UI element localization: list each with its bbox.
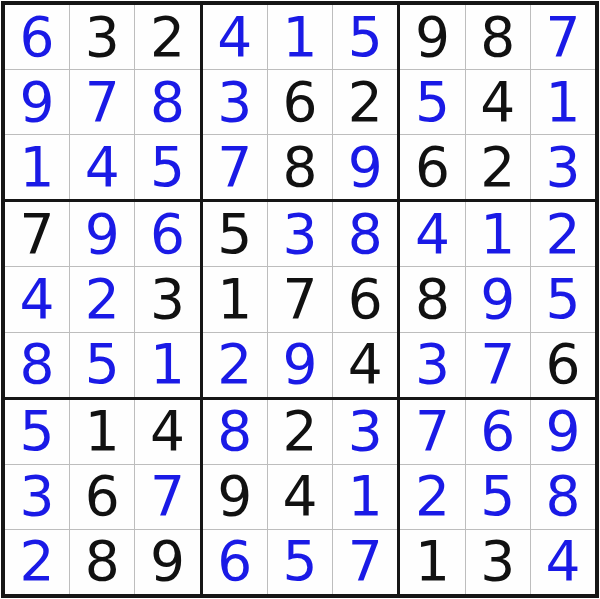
cell-r1c7[interactable]: 9 <box>400 5 464 69</box>
cell-r4c7[interactable]: 4 <box>400 202 464 266</box>
box-r3c1: 514367289 <box>5 400 200 594</box>
sudoku-board-wrapper: 6329781454153627899875416237964238515381… <box>1 1 599 598</box>
cell-r9c1[interactable]: 2 <box>5 530 69 594</box>
cell-r1c2[interactable]: 3 <box>70 5 134 69</box>
cell-r7c4[interactable]: 8 <box>203 400 267 464</box>
cell-r4c5[interactable]: 3 <box>268 202 332 266</box>
cell-r3c3[interactable]: 5 <box>135 135 199 199</box>
cell-r2c6[interactable]: 2 <box>333 70 397 134</box>
box-r2c3: 412895376 <box>400 202 595 396</box>
cell-r4c1[interactable]: 7 <box>5 202 69 266</box>
cell-r4c3[interactable]: 6 <box>135 202 199 266</box>
cell-r5c4[interactable]: 1 <box>203 267 267 331</box>
cell-r8c7[interactable]: 2 <box>400 465 464 529</box>
cell-r9c3[interactable]: 9 <box>135 530 199 594</box>
cell-r8c4[interactable]: 9 <box>203 465 267 529</box>
cell-r1c4[interactable]: 4 <box>203 5 267 69</box>
cell-r4c9[interactable]: 2 <box>531 202 595 266</box>
cell-r8c9[interactable]: 8 <box>531 465 595 529</box>
cell-r7c2[interactable]: 1 <box>70 400 134 464</box>
cell-r5c7[interactable]: 8 <box>400 267 464 331</box>
box-r3c3: 769258134 <box>400 400 595 594</box>
cell-r8c5[interactable]: 4 <box>268 465 332 529</box>
cell-r8c3[interactable]: 7 <box>135 465 199 529</box>
cell-r6c4[interactable]: 2 <box>203 333 267 397</box>
cell-r6c8[interactable]: 7 <box>466 333 530 397</box>
cell-r7c7[interactable]: 7 <box>400 400 464 464</box>
cell-r5c6[interactable]: 6 <box>333 267 397 331</box>
box-r1c2: 415362789 <box>203 5 398 199</box>
cell-r3c5[interactable]: 8 <box>268 135 332 199</box>
cell-r1c8[interactable]: 8 <box>466 5 530 69</box>
cell-r3c2[interactable]: 4 <box>70 135 134 199</box>
cell-r2c5[interactable]: 6 <box>268 70 332 134</box>
cell-r2c4[interactable]: 3 <box>203 70 267 134</box>
box-r2c2: 538176294 <box>203 202 398 396</box>
cell-r2c2[interactable]: 7 <box>70 70 134 134</box>
cell-r5c3[interactable]: 3 <box>135 267 199 331</box>
cell-r2c8[interactable]: 4 <box>466 70 530 134</box>
cell-r7c6[interactable]: 3 <box>333 400 397 464</box>
cell-r9c5[interactable]: 5 <box>268 530 332 594</box>
cell-r8c2[interactable]: 6 <box>70 465 134 529</box>
cell-r6c7[interactable]: 3 <box>400 333 464 397</box>
cell-r8c8[interactable]: 5 <box>466 465 530 529</box>
cell-r4c4[interactable]: 5 <box>203 202 267 266</box>
cell-r5c2[interactable]: 2 <box>70 267 134 331</box>
cell-r1c1[interactable]: 6 <box>5 5 69 69</box>
cell-r4c8[interactable]: 1 <box>466 202 530 266</box>
sudoku-board: 6329781454153627899875416237964238515381… <box>1 1 599 598</box>
box-r1c3: 987541623 <box>400 5 595 199</box>
cell-r6c1[interactable]: 8 <box>5 333 69 397</box>
cell-r6c3[interactable]: 1 <box>135 333 199 397</box>
cell-r9c8[interactable]: 3 <box>466 530 530 594</box>
cell-r9c2[interactable]: 8 <box>70 530 134 594</box>
cell-r7c5[interactable]: 2 <box>268 400 332 464</box>
cell-r9c4[interactable]: 6 <box>203 530 267 594</box>
cell-r9c6[interactable]: 7 <box>333 530 397 594</box>
box-r3c2: 823941657 <box>203 400 398 594</box>
box-r2c1: 796423851 <box>5 202 200 396</box>
cell-r9c7[interactable]: 1 <box>400 530 464 594</box>
cell-r5c8[interactable]: 9 <box>466 267 530 331</box>
cell-r8c1[interactable]: 3 <box>5 465 69 529</box>
cell-r8c6[interactable]: 1 <box>333 465 397 529</box>
cell-r1c6[interactable]: 5 <box>333 5 397 69</box>
cell-r6c5[interactable]: 9 <box>268 333 332 397</box>
cell-r6c2[interactable]: 5 <box>70 333 134 397</box>
cell-r6c9[interactable]: 6 <box>531 333 595 397</box>
cell-r1c5[interactable]: 1 <box>268 5 332 69</box>
cell-r9c9[interactable]: 4 <box>531 530 595 594</box>
cell-r1c9[interactable]: 7 <box>531 5 595 69</box>
cell-r7c9[interactable]: 9 <box>531 400 595 464</box>
cell-r3c8[interactable]: 2 <box>466 135 530 199</box>
cell-r5c5[interactable]: 7 <box>268 267 332 331</box>
cell-r1c3[interactable]: 2 <box>135 5 199 69</box>
cell-r2c9[interactable]: 1 <box>531 70 595 134</box>
box-r1c1: 632978145 <box>5 5 200 199</box>
cell-r3c9[interactable]: 3 <box>531 135 595 199</box>
cell-r3c6[interactable]: 9 <box>333 135 397 199</box>
cell-r4c6[interactable]: 8 <box>333 202 397 266</box>
cell-r2c1[interactable]: 9 <box>5 70 69 134</box>
cell-r4c2[interactable]: 9 <box>70 202 134 266</box>
cell-r2c7[interactable]: 5 <box>400 70 464 134</box>
cell-r7c8[interactable]: 6 <box>466 400 530 464</box>
cell-r2c3[interactable]: 8 <box>135 70 199 134</box>
cell-r6c6[interactable]: 4 <box>333 333 397 397</box>
cell-r3c7[interactable]: 6 <box>400 135 464 199</box>
cell-r5c9[interactable]: 5 <box>531 267 595 331</box>
cell-r5c1[interactable]: 4 <box>5 267 69 331</box>
cell-r3c4[interactable]: 7 <box>203 135 267 199</box>
cell-r3c1[interactable]: 1 <box>5 135 69 199</box>
cell-r7c1[interactable]: 5 <box>5 400 69 464</box>
cell-r7c3[interactable]: 4 <box>135 400 199 464</box>
